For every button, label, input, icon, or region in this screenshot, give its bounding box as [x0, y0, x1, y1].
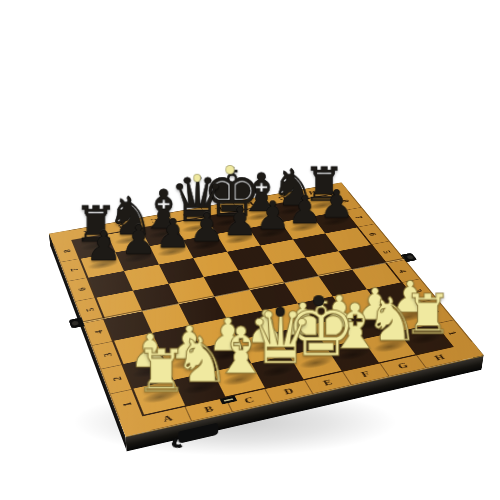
- file-label-text: G: [396, 361, 410, 371]
- file-label-text: A: [161, 413, 174, 424]
- piece-black-pawn-a7: ♟: [74, 226, 132, 267]
- file-label-text: D: [282, 386, 295, 396]
- file-label-text: H: [432, 352, 446, 362]
- rank-label-right-text: 5: [381, 250, 394, 255]
- file-label-text: B: [203, 404, 215, 414]
- board-top: ABCDEFGH ABCDEFGH 87654321 87654321 ♜♞♝♛…: [49, 183, 484, 437]
- chess-board: ABCDEFGH ABCDEFGH 87654321 87654321 ♜♞♝♛…: [49, 183, 484, 437]
- rank-label-text: 8: [60, 249, 72, 254]
- file-label-text: E: [321, 377, 334, 387]
- contrast-finial: [193, 174, 201, 182]
- contrast-finial: [225, 165, 234, 174]
- rank-label-text: 3: [100, 352, 114, 358]
- rank-label-text: 5: [83, 307, 96, 312]
- piece-white-rook-a1: ♜: [126, 341, 194, 400]
- rank-label-right-text: 6: [367, 232, 379, 237]
- rank-label-text: 4: [91, 329, 105, 335]
- file-label-text: C: [243, 395, 256, 405]
- rank-label-text: 6: [75, 287, 88, 292]
- rank-label-text: 2: [109, 376, 123, 382]
- contrast-finial: [275, 307, 285, 317]
- file-label-text: F: [359, 369, 371, 378]
- rank-label-text: 1: [119, 401, 134, 408]
- rank-label-text: 7: [68, 267, 81, 272]
